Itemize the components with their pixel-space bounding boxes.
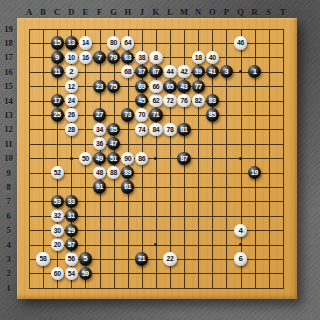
go-board: 1234567891011121314151617181920212223242… xyxy=(17,18,297,299)
stone-white-26-d13: 26 xyxy=(65,108,78,121)
move-number: 65 xyxy=(167,83,174,90)
move-number: 19 xyxy=(251,169,258,176)
move-number: 3 xyxy=(224,67,228,76)
stone-white-6-q3: 6 xyxy=(234,252,247,265)
stone-black-77-n15: 77 xyxy=(192,80,205,93)
move-number: 58 xyxy=(40,255,47,262)
column-label-f: F xyxy=(97,7,102,17)
move-number: 26 xyxy=(68,111,75,118)
column-label-s: S xyxy=(266,7,271,17)
stone-white-80-g18: 80 xyxy=(107,36,120,49)
row-label-17: 17 xyxy=(4,52,13,62)
stone-black-63-h17: 63 xyxy=(121,51,134,64)
row-label-19: 19 xyxy=(4,24,13,34)
stone-white-86-j10: 86 xyxy=(135,152,148,165)
column-label-d: D xyxy=(68,7,74,17)
move-number: 29 xyxy=(68,227,75,234)
stone-white-4-q5: 4 xyxy=(234,224,247,237)
move-number: 25 xyxy=(54,111,61,118)
stone-white-78-l12: 78 xyxy=(163,123,176,136)
stone-black-65-l15: 65 xyxy=(163,80,176,93)
stone-black-39-n16: 39 xyxy=(192,65,205,78)
stone-black-25-c13: 25 xyxy=(51,108,64,121)
stone-white-60-c2: 60 xyxy=(51,267,64,280)
move-number: 71 xyxy=(152,111,159,118)
stone-black-59-e2: 59 xyxy=(79,267,92,280)
stone-black-37-j16: 37 xyxy=(135,65,148,78)
stone-white-66-k15: 66 xyxy=(149,80,162,93)
column-label-m: M xyxy=(180,7,188,17)
move-number: 69 xyxy=(138,83,145,90)
column-label-r: R xyxy=(252,7,258,17)
stone-white-32-c6: 32 xyxy=(51,209,64,222)
move-number: 52 xyxy=(54,169,61,176)
move-number: 27 xyxy=(96,111,103,118)
stone-white-54-d2: 54 xyxy=(65,267,78,280)
move-number: 66 xyxy=(152,83,159,90)
move-number: 84 xyxy=(152,126,159,133)
move-number: 13 xyxy=(68,39,75,46)
row-label-5: 5 xyxy=(6,225,10,235)
stone-white-34-f12: 34 xyxy=(93,123,106,136)
stone-white-44-l16: 44 xyxy=(163,65,176,78)
stone-white-68-h16: 68 xyxy=(121,65,134,78)
move-number: 20 xyxy=(54,241,61,248)
move-number: 68 xyxy=(124,68,131,75)
stone-black-79-g17: 79 xyxy=(107,51,120,64)
stone-black-91-f8: 91 xyxy=(93,180,106,193)
column-label-j: J xyxy=(140,7,144,17)
stone-white-18-n17: 18 xyxy=(192,51,205,64)
stone-white-74-j12: 74 xyxy=(135,123,148,136)
move-number: 56 xyxy=(68,255,75,262)
stone-black-67-k16: 67 xyxy=(149,65,162,78)
move-number: 7 xyxy=(97,53,101,62)
stone-white-58-b3: 58 xyxy=(36,252,49,265)
stone-black-29-d5: 29 xyxy=(65,224,78,237)
stone-black-3-p16: 3 xyxy=(220,65,233,78)
stone-black-87-m10: 87 xyxy=(177,152,190,165)
stone-black-51-g10: 51 xyxy=(107,152,120,165)
stone-white-10-d17: 10 xyxy=(65,51,78,64)
move-number: 91 xyxy=(96,183,103,190)
stone-white-24-d14: 24 xyxy=(65,94,78,107)
stone-black-27-f13: 27 xyxy=(93,108,106,121)
move-number: 76 xyxy=(181,97,188,104)
row-label-8: 8 xyxy=(6,182,10,192)
stone-black-81-m12: 81 xyxy=(177,123,190,136)
move-number: 80 xyxy=(110,39,117,46)
stone-white-72-l14: 72 xyxy=(163,94,176,107)
row-label-14: 14 xyxy=(4,96,13,106)
move-number: 74 xyxy=(138,126,145,133)
move-number: 23 xyxy=(96,83,103,90)
move-number: 5 xyxy=(83,254,87,263)
move-number: 53 xyxy=(54,198,61,205)
star-point-k4 xyxy=(154,243,157,246)
move-number: 50 xyxy=(82,155,89,162)
stone-black-71-k13: 71 xyxy=(149,108,162,121)
stone-black-73-h13: 73 xyxy=(121,108,134,121)
column-label-t: T xyxy=(280,7,286,17)
move-number: 6 xyxy=(238,254,242,263)
row-label-16: 16 xyxy=(4,67,13,77)
stone-black-41-o16: 41 xyxy=(206,65,219,78)
move-number: 72 xyxy=(167,97,174,104)
stone-white-8-k17: 8 xyxy=(149,51,162,64)
stone-black-11-c16: 11 xyxy=(51,65,64,78)
stone-white-76-m14: 76 xyxy=(177,94,190,107)
stone-black-33-d7: 33 xyxy=(65,195,78,208)
stone-white-28-d12: 28 xyxy=(65,123,78,136)
move-number: 18 xyxy=(195,54,202,61)
move-number: 90 xyxy=(124,155,131,162)
stone-black-5-e3: 5 xyxy=(79,252,92,265)
move-number: 21 xyxy=(138,255,145,262)
move-number: 15 xyxy=(54,39,61,46)
move-number: 2 xyxy=(69,67,73,76)
stone-black-69-j15: 69 xyxy=(135,80,148,93)
stone-white-40-o17: 40 xyxy=(206,51,219,64)
stone-white-36-f11: 36 xyxy=(93,137,106,150)
move-number: 31 xyxy=(68,212,75,219)
stone-black-13-d18: 13 xyxy=(65,36,78,49)
stone-white-20-c4: 20 xyxy=(51,238,64,251)
move-number: 32 xyxy=(54,212,61,219)
stone-white-70-j13: 70 xyxy=(135,108,148,121)
stone-black-21-j3: 21 xyxy=(135,252,148,265)
move-number: 79 xyxy=(110,54,117,61)
move-number: 86 xyxy=(138,155,145,162)
move-number: 83 xyxy=(209,97,216,104)
stone-white-22-l3: 22 xyxy=(163,252,176,265)
column-label-o: O xyxy=(209,7,216,17)
move-number: 60 xyxy=(54,270,61,277)
column-label-g: G xyxy=(110,7,117,17)
row-label-18: 18 xyxy=(4,38,13,48)
move-number: 62 xyxy=(152,97,159,104)
stone-white-46-q18: 46 xyxy=(234,36,247,49)
move-number: 46 xyxy=(237,39,244,46)
stone-black-23-f15: 23 xyxy=(93,80,106,93)
stone-white-82-n14: 82 xyxy=(192,94,205,107)
row-label-2: 2 xyxy=(6,268,10,278)
move-number: 34 xyxy=(96,126,103,133)
stone-white-64-h18: 64 xyxy=(121,36,134,49)
stone-white-50-e10: 50 xyxy=(79,152,92,165)
move-number: 16 xyxy=(82,54,89,61)
stone-black-75-g15: 75 xyxy=(107,80,120,93)
column-label-h: H xyxy=(124,7,131,17)
stone-black-35-g12: 35 xyxy=(107,123,120,136)
column-label-c: C xyxy=(54,7,60,17)
row-label-13: 13 xyxy=(4,110,13,120)
move-number: 41 xyxy=(209,68,216,75)
row-label-9: 9 xyxy=(6,168,10,178)
column-label-b: B xyxy=(40,7,46,17)
column-label-k: K xyxy=(153,7,160,17)
stone-black-89-h9: 89 xyxy=(121,166,134,179)
move-number: 38 xyxy=(138,54,145,61)
stone-black-49-f10: 49 xyxy=(93,152,106,165)
move-number: 49 xyxy=(96,155,103,162)
move-number: 73 xyxy=(124,111,131,118)
stone-white-84-k12: 84 xyxy=(149,123,162,136)
grid-line-horizontal xyxy=(29,288,284,289)
move-number: 59 xyxy=(82,270,89,277)
move-number: 10 xyxy=(68,54,75,61)
column-label-p: P xyxy=(224,7,229,17)
move-number: 11 xyxy=(54,68,61,75)
row-label-4: 4 xyxy=(6,240,10,250)
stone-white-38-j17: 38 xyxy=(135,51,148,64)
move-number: 45 xyxy=(138,97,145,104)
move-number: 43 xyxy=(181,83,188,90)
stone-black-85-o13: 85 xyxy=(206,108,219,121)
move-number: 8 xyxy=(154,53,158,62)
stone-black-31-d6: 31 xyxy=(65,209,78,222)
move-number: 70 xyxy=(138,111,145,118)
stone-white-42-m16: 42 xyxy=(177,65,190,78)
move-number: 67 xyxy=(152,68,159,75)
move-number: 28 xyxy=(68,126,75,133)
stone-black-15-c18: 15 xyxy=(51,36,64,49)
move-number: 63 xyxy=(124,54,131,61)
stone-black-17-c14: 17 xyxy=(51,94,64,107)
move-number: 47 xyxy=(110,140,117,147)
move-number: 61 xyxy=(124,183,131,190)
stone-white-2-d16: 2 xyxy=(65,65,78,78)
stone-black-83-o14: 83 xyxy=(206,94,219,107)
move-number: 12 xyxy=(68,83,75,90)
move-number: 89 xyxy=(124,169,131,176)
move-number: 39 xyxy=(195,68,202,75)
move-number: 81 xyxy=(181,126,188,133)
grid-line-horizontal xyxy=(29,144,284,145)
move-number: 75 xyxy=(110,83,117,90)
stone-black-45-j14: 45 xyxy=(135,94,148,107)
stone-white-52-c9: 52 xyxy=(51,166,64,179)
go-kifu-screenshot: 1234567891011121314151617181920212223242… xyxy=(0,0,320,320)
stone-black-57-d4: 57 xyxy=(65,238,78,251)
column-label-l: L xyxy=(167,7,173,17)
row-label-12: 12 xyxy=(4,124,13,134)
stone-white-90-h10: 90 xyxy=(121,152,134,165)
star-point-q4 xyxy=(239,243,242,246)
column-label-e: E xyxy=(83,7,89,17)
move-number: 57 xyxy=(68,241,75,248)
move-number: 48 xyxy=(96,169,103,176)
stone-black-19-r9: 19 xyxy=(248,166,261,179)
move-number: 22 xyxy=(167,255,174,262)
star-point-q10 xyxy=(239,157,242,160)
column-label-a: A xyxy=(26,7,32,17)
column-label-q: Q xyxy=(237,7,244,17)
row-label-3: 3 xyxy=(6,254,10,264)
row-label-1: 1 xyxy=(6,283,10,293)
move-number: 78 xyxy=(167,126,174,133)
move-number: 4 xyxy=(238,226,242,235)
row-label-7: 7 xyxy=(6,196,10,206)
stone-black-7-f17: 7 xyxy=(93,51,106,64)
stone-black-43-m15: 43 xyxy=(177,80,190,93)
move-number: 44 xyxy=(167,68,174,75)
move-number: 88 xyxy=(110,169,117,176)
stone-black-47-g11: 47 xyxy=(107,137,120,150)
row-label-15: 15 xyxy=(4,81,13,91)
stone-white-14-e18: 14 xyxy=(79,36,92,49)
stone-black-1-r16: 1 xyxy=(248,65,261,78)
stone-white-48-f9: 48 xyxy=(93,166,106,179)
move-number: 36 xyxy=(96,140,103,147)
move-number: 54 xyxy=(68,270,75,277)
move-number: 9 xyxy=(55,53,59,62)
stone-black-9-c17: 9 xyxy=(51,51,64,64)
move-number: 33 xyxy=(68,198,75,205)
move-number: 1 xyxy=(253,67,257,76)
row-label-10: 10 xyxy=(4,153,13,163)
move-number: 87 xyxy=(181,155,188,162)
column-label-n: N xyxy=(195,7,201,17)
grid-line-horizontal xyxy=(29,173,284,174)
move-number: 51 xyxy=(110,155,117,162)
stone-black-53-c7: 53 xyxy=(51,195,64,208)
move-number: 64 xyxy=(124,39,131,46)
grid-line-horizontal xyxy=(29,187,284,188)
move-number: 82 xyxy=(195,97,202,104)
move-number: 35 xyxy=(110,126,117,133)
stone-white-12-d15: 12 xyxy=(65,80,78,93)
move-number: 85 xyxy=(209,111,216,118)
stone-white-30-c5: 30 xyxy=(51,224,64,237)
stone-white-56-d3: 56 xyxy=(65,252,78,265)
move-number: 77 xyxy=(195,83,202,90)
move-number: 37 xyxy=(138,68,145,75)
move-number: 40 xyxy=(209,54,216,61)
move-number: 24 xyxy=(68,97,75,104)
stone-white-88-g9: 88 xyxy=(107,166,120,179)
move-number: 14 xyxy=(82,39,89,46)
move-number: 17 xyxy=(54,97,61,104)
star-point-k10 xyxy=(154,157,157,160)
star-point-q16 xyxy=(239,70,242,73)
grid-line-horizontal xyxy=(29,29,284,30)
stone-white-62-k14: 62 xyxy=(149,94,162,107)
stone-black-61-h8: 61 xyxy=(121,180,134,193)
move-number: 30 xyxy=(54,227,61,234)
stone-white-16-e17: 16 xyxy=(79,51,92,64)
star-point-d10 xyxy=(70,157,73,160)
row-label-11: 11 xyxy=(4,139,12,149)
move-number: 42 xyxy=(181,68,188,75)
row-label-6: 6 xyxy=(6,211,10,221)
